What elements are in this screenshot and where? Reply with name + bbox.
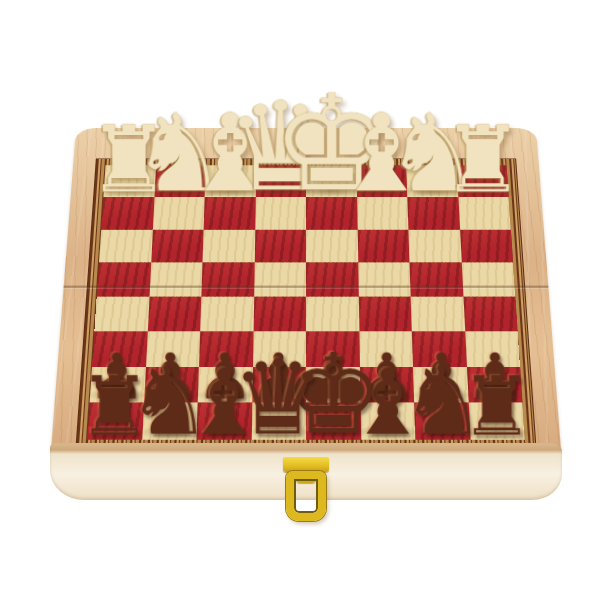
board-square[interactable] [254, 229, 306, 262]
board-square[interactable] [306, 229, 358, 262]
board-square[interactable] [201, 263, 254, 297]
board-square[interactable] [152, 197, 204, 229]
board-square[interactable] [94, 297, 149, 332]
chess-board: ♜♞♝♛♚♝♞♜♟♟♟♟♟♟♟♟♜♞♝♛♚♝♞♜ [50, 128, 562, 464]
ornament-border: ♜♞♝♛♚♝♞♜♟♟♟♟♟♟♟♟♜♞♝♛♚♝♞♜ [75, 158, 536, 447]
board-square[interactable] [255, 197, 306, 229]
board-square[interactable] [151, 229, 204, 262]
piece-dark-rook[interactable]: ♜ [461, 374, 534, 439]
board-square[interactable] [461, 263, 515, 297]
board-square[interactable] [99, 229, 152, 262]
board-square[interactable] [410, 263, 463, 297]
board-square[interactable] [149, 263, 202, 297]
board-square[interactable] [358, 263, 411, 297]
board-square[interactable]: ♜ [87, 403, 144, 440]
board-square[interactable] [357, 229, 409, 262]
fold-seam [64, 285, 549, 287]
chess-board-grid: ♜♞♝♛♚♝♞♜♟♟♟♟♟♟♟♟♜♞♝♛♚♝♞♜ [87, 165, 525, 440]
board-square[interactable] [306, 197, 357, 229]
clasp [281, 457, 331, 533]
board-square[interactable]: ♜ [456, 165, 508, 197]
board-square[interactable] [254, 263, 306, 297]
board-square[interactable] [147, 297, 201, 332]
board-square[interactable] [306, 297, 359, 332]
piece-dark-rook[interactable]: ♜ [78, 374, 151, 439]
clasp-ring [286, 471, 326, 521]
board-square[interactable] [97, 263, 151, 297]
board-square[interactable] [200, 297, 253, 332]
board-square[interactable] [306, 263, 358, 297]
board-square[interactable] [357, 197, 409, 229]
board-frame: ♜♞♝♛♚♝♞♜♟♟♟♟♟♟♟♟♜♞♝♛♚♝♞♜ [50, 128, 562, 464]
board-square[interactable] [407, 197, 459, 229]
board-square[interactable] [408, 229, 461, 262]
board-square[interactable]: ♜ [468, 403, 525, 440]
board-square[interactable] [202, 229, 254, 262]
board-square[interactable]: ♛ [251, 403, 306, 440]
board-square[interactable] [253, 297, 306, 332]
board-square[interactable] [458, 197, 511, 229]
board-square[interactable] [358, 297, 411, 332]
piece-light-rook[interactable]: ♜ [442, 123, 525, 197]
piece-dark-queen[interactable]: ♛ [232, 356, 325, 439]
board-square[interactable] [460, 229, 513, 262]
board-square[interactable] [204, 197, 256, 229]
board-square[interactable] [101, 197, 154, 229]
board-square[interactable] [463, 297, 518, 332]
product-photo: ♜♞♝♛♚♝♞♜♟♟♟♟♟♟♟♟♜♞♝♛♚♝♞♜ [0, 0, 612, 612]
board-square[interactable] [411, 297, 465, 332]
